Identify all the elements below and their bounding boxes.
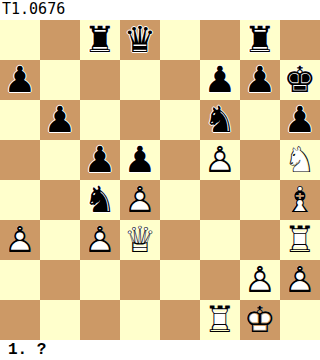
- square-f6[interactable]: ♞: [200, 100, 240, 140]
- white-rook-icon: ♜♖: [200, 300, 240, 340]
- white-pawn-icon: ♟♙: [200, 140, 240, 180]
- square-d3[interactable]: ♛♕: [120, 220, 160, 260]
- square-c5[interactable]: ♟: [80, 140, 120, 180]
- white-bishop-icon: ♝♗: [280, 180, 320, 220]
- square-f8[interactable]: [200, 20, 240, 60]
- square-b1[interactable]: [40, 300, 80, 340]
- square-f7[interactable]: ♟: [200, 60, 240, 100]
- square-f3[interactable]: [200, 220, 240, 260]
- square-g8[interactable]: ♜: [240, 20, 280, 60]
- square-c8[interactable]: ♜: [80, 20, 120, 60]
- square-d8[interactable]: ♛: [120, 20, 160, 60]
- square-e3[interactable]: [160, 220, 200, 260]
- square-c3[interactable]: ♟♙: [80, 220, 120, 260]
- square-c6[interactable]: [80, 100, 120, 140]
- square-g7[interactable]: ♟: [240, 60, 280, 100]
- square-g2[interactable]: ♟♙: [240, 260, 280, 300]
- square-b8[interactable]: [40, 20, 80, 60]
- square-b3[interactable]: [40, 220, 80, 260]
- white-knight-icon: ♞♘: [280, 140, 320, 180]
- square-b7[interactable]: [40, 60, 80, 100]
- white-pawn-icon: ♟♙: [0, 220, 40, 260]
- square-h3[interactable]: ♜♖: [280, 220, 320, 260]
- black-pawn-icon: ♟: [80, 140, 120, 180]
- white-pawn-icon: ♟♙: [240, 260, 280, 300]
- square-d7[interactable]: [120, 60, 160, 100]
- square-h1[interactable]: [280, 300, 320, 340]
- square-f2[interactable]: [200, 260, 240, 300]
- square-b5[interactable]: [40, 140, 80, 180]
- square-f4[interactable]: [200, 180, 240, 220]
- black-pawn-icon: ♟: [120, 140, 160, 180]
- square-c1[interactable]: [80, 300, 120, 340]
- square-a8[interactable]: [0, 20, 40, 60]
- black-pawn-icon: ♟: [240, 60, 280, 100]
- square-f1[interactable]: ♜♖: [200, 300, 240, 340]
- square-e8[interactable]: [160, 20, 200, 60]
- move-prompt: 1. ?: [0, 340, 320, 360]
- chess-board: ♜♛♜♟♟♟♚♟♞♟♟♟♟♙♞♘♞♟♙♝♗♟♙♟♙♛♕♜♖♟♙♟♙♜♖♚♔: [0, 20, 320, 340]
- white-rook-icon: ♜♖: [280, 220, 320, 260]
- black-king-icon: ♚: [280, 60, 320, 100]
- square-e6[interactable]: [160, 100, 200, 140]
- square-c2[interactable]: [80, 260, 120, 300]
- square-h7[interactable]: ♚: [280, 60, 320, 100]
- square-g6[interactable]: [240, 100, 280, 140]
- black-pawn-icon: ♟: [280, 100, 320, 140]
- white-king-icon: ♚♔: [240, 300, 280, 340]
- square-a7[interactable]: ♟: [0, 60, 40, 100]
- square-c7[interactable]: [80, 60, 120, 100]
- black-pawn-icon: ♟: [200, 60, 240, 100]
- square-e2[interactable]: [160, 260, 200, 300]
- white-pawn-icon: ♟♙: [80, 220, 120, 260]
- square-g3[interactable]: [240, 220, 280, 260]
- square-g5[interactable]: [240, 140, 280, 180]
- square-e5[interactable]: [160, 140, 200, 180]
- square-a6[interactable]: [0, 100, 40, 140]
- square-e7[interactable]: [160, 60, 200, 100]
- white-pawn-icon: ♟♙: [120, 180, 160, 220]
- black-pawn-icon: ♟: [40, 100, 80, 140]
- square-h4[interactable]: ♝♗: [280, 180, 320, 220]
- square-a4[interactable]: [0, 180, 40, 220]
- black-knight-icon: ♞: [80, 180, 120, 220]
- black-knight-icon: ♞: [200, 100, 240, 140]
- white-queen-icon: ♛♕: [120, 220, 160, 260]
- square-c4[interactable]: ♞: [80, 180, 120, 220]
- square-a1[interactable]: [0, 300, 40, 340]
- square-b6[interactable]: ♟: [40, 100, 80, 140]
- black-queen-icon: ♛: [120, 20, 160, 60]
- black-rook-icon: ♜: [80, 20, 120, 60]
- black-pawn-icon: ♟: [0, 60, 40, 100]
- white-pawn-icon: ♟♙: [280, 260, 320, 300]
- square-b4[interactable]: [40, 180, 80, 220]
- black-rook-icon: ♜: [240, 20, 280, 60]
- square-b2[interactable]: [40, 260, 80, 300]
- square-h8[interactable]: [280, 20, 320, 60]
- square-h6[interactable]: ♟: [280, 100, 320, 140]
- square-d6[interactable]: [120, 100, 160, 140]
- square-g4[interactable]: [240, 180, 280, 220]
- square-g1[interactable]: ♚♔: [240, 300, 280, 340]
- square-a2[interactable]: [0, 260, 40, 300]
- square-a3[interactable]: ♟♙: [0, 220, 40, 260]
- square-a5[interactable]: [0, 140, 40, 180]
- square-h2[interactable]: ♟♙: [280, 260, 320, 300]
- square-h5[interactable]: ♞♘: [280, 140, 320, 180]
- square-d2[interactable]: [120, 260, 160, 300]
- square-e4[interactable]: [160, 180, 200, 220]
- square-f5[interactable]: ♟♙: [200, 140, 240, 180]
- square-d5[interactable]: ♟: [120, 140, 160, 180]
- square-e1[interactable]: [160, 300, 200, 340]
- puzzle-id: T1.0676: [0, 0, 320, 20]
- square-d4[interactable]: ♟♙: [120, 180, 160, 220]
- square-d1[interactable]: [120, 300, 160, 340]
